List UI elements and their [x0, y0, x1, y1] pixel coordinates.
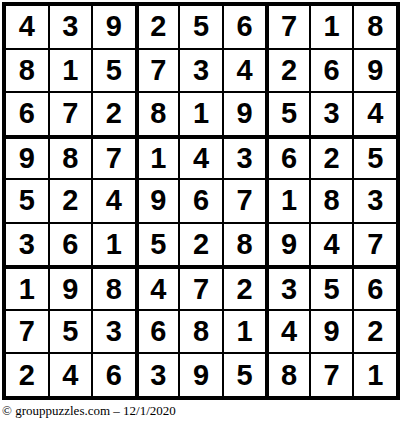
- cell-r9c3[interactable]: 6: [92, 353, 136, 397]
- cell-r9c4[interactable]: 3: [136, 353, 180, 397]
- sudoku-board: 4392567188157342696728195349871436255249…: [2, 2, 400, 400]
- cell-r7c4[interactable]: 4: [136, 266, 180, 310]
- cell-r3c5[interactable]: 1: [179, 92, 223, 136]
- cell-r1c8[interactable]: 1: [310, 5, 354, 49]
- cell-r2c8[interactable]: 6: [310, 49, 354, 93]
- cell-r6c6[interactable]: 8: [223, 223, 267, 267]
- cell-r6c3[interactable]: 1: [92, 223, 136, 267]
- page: 4392567188157342696728195349871436255249…: [0, 0, 402, 424]
- cell-r2c3[interactable]: 5: [92, 49, 136, 93]
- cell-r3c6[interactable]: 9: [223, 92, 267, 136]
- cell-r8c3[interactable]: 3: [92, 310, 136, 354]
- cell-r6c2[interactable]: 6: [49, 223, 93, 267]
- cell-r4c8[interactable]: 2: [310, 136, 354, 180]
- cell-r8c1[interactable]: 7: [5, 310, 49, 354]
- cell-r6c8[interactable]: 4: [310, 223, 354, 267]
- cell-r8c4[interactable]: 6: [136, 310, 180, 354]
- cell-r5c2[interactable]: 2: [49, 179, 93, 223]
- cell-r1c5[interactable]: 5: [179, 5, 223, 49]
- cell-r3c4[interactable]: 8: [136, 92, 180, 136]
- cell-r1c9[interactable]: 8: [353, 5, 397, 49]
- cell-r8c9[interactable]: 2: [353, 310, 397, 354]
- cell-r5c3[interactable]: 4: [92, 179, 136, 223]
- cell-r8c2[interactable]: 5: [49, 310, 93, 354]
- cell-r8c7[interactable]: 4: [266, 310, 310, 354]
- cell-r3c3[interactable]: 2: [92, 92, 136, 136]
- cell-r9c7[interactable]: 8: [266, 353, 310, 397]
- cell-r1c3[interactable]: 9: [92, 5, 136, 49]
- cell-r5c5[interactable]: 6: [179, 179, 223, 223]
- cell-r6c7[interactable]: 9: [266, 223, 310, 267]
- cell-r9c1[interactable]: 2: [5, 353, 49, 397]
- cell-r3c9[interactable]: 4: [353, 92, 397, 136]
- cell-r3c2[interactable]: 7: [49, 92, 93, 136]
- cell-r7c6[interactable]: 2: [223, 266, 267, 310]
- cell-r4c4[interactable]: 1: [136, 136, 180, 180]
- cell-r4c9[interactable]: 5: [353, 136, 397, 180]
- cell-r1c1[interactable]: 4: [5, 5, 49, 49]
- cell-r7c8[interactable]: 5: [310, 266, 354, 310]
- cell-r2c9[interactable]: 9: [353, 49, 397, 93]
- cell-r5c8[interactable]: 8: [310, 179, 354, 223]
- cell-r1c7[interactable]: 7: [266, 5, 310, 49]
- cell-r2c2[interactable]: 1: [49, 49, 93, 93]
- cell-r2c7[interactable]: 2: [266, 49, 310, 93]
- cell-r7c1[interactable]: 1: [5, 266, 49, 310]
- cell-r5c6[interactable]: 7: [223, 179, 267, 223]
- cell-r8c8[interactable]: 9: [310, 310, 354, 354]
- cell-r2c6[interactable]: 4: [223, 49, 267, 93]
- cell-r3c7[interactable]: 5: [266, 92, 310, 136]
- cell-r2c5[interactable]: 3: [179, 49, 223, 93]
- cell-r3c8[interactable]: 3: [310, 92, 354, 136]
- cell-r9c6[interactable]: 5: [223, 353, 267, 397]
- cell-r5c9[interactable]: 3: [353, 179, 397, 223]
- cell-r8c6[interactable]: 1: [223, 310, 267, 354]
- cell-r5c1[interactable]: 5: [5, 179, 49, 223]
- cell-r7c9[interactable]: 6: [353, 266, 397, 310]
- cell-r1c2[interactable]: 3: [49, 5, 93, 49]
- copyright-text: © grouppuzzles.com – 12/1/2020: [2, 403, 176, 419]
- cell-r4c1[interactable]: 9: [5, 136, 49, 180]
- cell-r9c2[interactable]: 4: [49, 353, 93, 397]
- cell-r4c5[interactable]: 4: [179, 136, 223, 180]
- cell-r9c5[interactable]: 9: [179, 353, 223, 397]
- cell-r4c2[interactable]: 8: [49, 136, 93, 180]
- cell-r4c6[interactable]: 3: [223, 136, 267, 180]
- cell-r1c6[interactable]: 6: [223, 5, 267, 49]
- cell-r7c5[interactable]: 7: [179, 266, 223, 310]
- cell-r4c7[interactable]: 6: [266, 136, 310, 180]
- cell-r7c3[interactable]: 8: [92, 266, 136, 310]
- cell-r3c1[interactable]: 6: [5, 92, 49, 136]
- cell-r7c7[interactable]: 3: [266, 266, 310, 310]
- cell-r5c4[interactable]: 9: [136, 179, 180, 223]
- cell-r4c3[interactable]: 7: [92, 136, 136, 180]
- cell-r2c4[interactable]: 7: [136, 49, 180, 93]
- cell-r6c1[interactable]: 3: [5, 223, 49, 267]
- cell-r9c9[interactable]: 1: [353, 353, 397, 397]
- cell-r7c2[interactable]: 9: [49, 266, 93, 310]
- cell-r8c5[interactable]: 8: [179, 310, 223, 354]
- cell-r6c5[interactable]: 2: [179, 223, 223, 267]
- cell-r9c8[interactable]: 7: [310, 353, 354, 397]
- cell-r6c4[interactable]: 5: [136, 223, 180, 267]
- cell-r1c4[interactable]: 2: [136, 5, 180, 49]
- cell-r2c1[interactable]: 8: [5, 49, 49, 93]
- cell-r5c7[interactable]: 1: [266, 179, 310, 223]
- cell-r6c9[interactable]: 7: [353, 223, 397, 267]
